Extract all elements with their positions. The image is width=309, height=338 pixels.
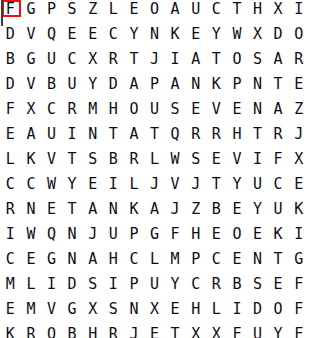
grid-cell[interactable]: Z <box>288 100 309 125</box>
grid-cell[interactable]: G <box>288 250 309 275</box>
grid-cell[interactable]: T <box>206 175 227 200</box>
grid-cell[interactable]: G <box>144 225 165 250</box>
grid-cell[interactable]: D <box>268 25 289 50</box>
grid-cell[interactable]: N <box>247 75 268 100</box>
grid-cell[interactable]: F <box>227 325 248 338</box>
grid-cell[interactable]: N <box>21 200 42 225</box>
grid-cell[interactable]: E <box>206 150 227 175</box>
grid-cell[interactable]: T <box>62 200 83 225</box>
grid-cell[interactable]: U <box>62 75 83 100</box>
grid-cell[interactable]: U <box>268 200 289 225</box>
grid-cell[interactable]: X <box>82 300 103 325</box>
grid-cell[interactable]: P <box>144 75 165 100</box>
grid-cell[interactable]: E <box>206 225 227 250</box>
grid-cell[interactable]: H <box>82 325 103 338</box>
grid-cell[interactable]: E <box>288 175 309 200</box>
grid-cell[interactable]: E <box>0 125 21 150</box>
grid-cell[interactable]: A <box>185 50 206 75</box>
grid-cell[interactable]: W <box>227 25 248 50</box>
grid-cell[interactable]: R <box>21 325 42 338</box>
grid-cell[interactable]: E <box>227 200 248 225</box>
grid-cell[interactable]: W <box>41 175 62 200</box>
grid-cell[interactable]: E <box>21 250 42 275</box>
grid-cell[interactable]: J <box>82 225 103 250</box>
grid-cell[interactable]: S <box>82 275 103 300</box>
grid-cell[interactable]: C <box>62 50 83 75</box>
grid-cell[interactable]: K <box>268 225 289 250</box>
grid-cell[interactable]: F <box>288 300 309 325</box>
grid-cell[interactable]: U <box>41 125 62 150</box>
grid-cell[interactable]: A <box>21 125 42 150</box>
grid-cell[interactable]: W <box>21 225 42 250</box>
grid-cell[interactable]: C <box>0 250 21 275</box>
grid-cell[interactable]: G <box>62 300 83 325</box>
grid-cell[interactable]: T <box>227 0 248 25</box>
grid-cell[interactable]: I <box>288 225 309 250</box>
grid-cell[interactable]: H <box>247 0 268 25</box>
grid-cell[interactable]: A <box>144 200 165 225</box>
grid-cell[interactable]: V <box>206 100 227 125</box>
grid-cell[interactable]: C <box>206 250 227 275</box>
grid-cell[interactable]: X <box>144 300 165 325</box>
grid-cell[interactable]: R <box>103 325 124 338</box>
grid-cell[interactable]: O <box>268 300 289 325</box>
grid-cell[interactable]: U <box>247 175 268 200</box>
grid-cell[interactable]: C <box>21 175 42 200</box>
grid-cell[interactable]: F <box>288 275 309 300</box>
grid-cell[interactable]: U <box>247 325 268 338</box>
grid-cell[interactable]: F <box>165 225 186 250</box>
grid-cell[interactable]: T <box>165 325 186 338</box>
grid-cell[interactable]: M <box>0 275 21 300</box>
grid-cell[interactable]: I <box>165 50 186 75</box>
grid-cell[interactable]: X <box>82 50 103 75</box>
grid-cell[interactable]: Q <box>41 25 62 50</box>
grid-cell[interactable]: T <box>268 75 289 100</box>
grid-cell[interactable]: B <box>41 75 62 100</box>
grid-cell[interactable]: D <box>247 300 268 325</box>
grid-cell[interactable]: E <box>165 300 186 325</box>
grid-cell[interactable]: N <box>185 75 206 100</box>
word-search-grid: FGPSZLEOAUCTHXIDVQEECYNKEYWXDOBGUCXRTJIA… <box>0 0 309 338</box>
grid-cell[interactable]: Z <box>82 0 103 25</box>
grid-cell[interactable]: U <box>144 100 165 125</box>
grid-cell[interactable]: S <box>247 50 268 75</box>
grid-cell[interactable]: P <box>41 0 62 25</box>
grid-cell[interactable]: E <box>247 225 268 250</box>
grid-cell[interactable]: Y <box>268 325 289 338</box>
grid-cell[interactable]: G <box>21 0 42 25</box>
grid-cell[interactable]: C <box>103 25 124 50</box>
grid-cell[interactable]: G <box>21 50 42 75</box>
grid-cell[interactable]: F <box>0 100 21 125</box>
grid-cell[interactable]: S <box>62 0 83 25</box>
grid-cell[interactable]: B <box>62 325 83 338</box>
grid-cell[interactable]: L <box>144 150 165 175</box>
grid-cell[interactable]: A <box>124 125 145 150</box>
grid-cell[interactable]: J <box>124 325 145 338</box>
grid-cell[interactable]: B <box>206 200 227 225</box>
grid-cell[interactable]: R <box>124 150 145 175</box>
grid-cell[interactable]: L <box>206 300 227 325</box>
grid-cell[interactable]: H <box>227 125 248 150</box>
grid-cell[interactable]: X <box>206 325 227 338</box>
grid-cell[interactable]: M <box>165 250 186 275</box>
grid-cell[interactable]: K <box>288 200 309 225</box>
grid-cell[interactable]: P <box>227 75 248 100</box>
grid-cell[interactable]: L <box>124 175 145 200</box>
grid-cell[interactable]: R <box>185 125 206 150</box>
grid-cell[interactable]: R <box>0 200 21 225</box>
grid-cell[interactable]: F <box>288 325 309 338</box>
grid-cell[interactable]: D <box>0 25 21 50</box>
grid-cell[interactable]: V <box>21 25 42 50</box>
grid-cell[interactable]: L <box>103 0 124 25</box>
grid-cell[interactable]: E <box>0 300 21 325</box>
grid-cell[interactable]: X <box>21 100 42 125</box>
grid-cell[interactable]: Q <box>165 125 186 150</box>
grid-cell[interactable]: C <box>124 250 145 275</box>
grid-cell[interactable]: F <box>0 0 21 25</box>
grid-cell[interactable]: A <box>165 75 186 100</box>
grid-cell[interactable]: E <box>124 0 145 25</box>
grid-cell[interactable]: R <box>62 100 83 125</box>
grid-cell[interactable]: B <box>0 50 21 75</box>
grid-cell[interactable]: C <box>268 175 289 200</box>
grid-cell[interactable]: H <box>185 300 206 325</box>
grid-cell[interactable]: I <box>247 150 268 175</box>
grid-cell[interactable]: I <box>62 125 83 150</box>
grid-cell[interactable]: X <box>247 25 268 50</box>
grid-cell[interactable]: P <box>124 275 145 300</box>
grid-cell[interactable]: X <box>268 0 289 25</box>
grid-cell[interactable]: D <box>0 75 21 100</box>
grid-cell[interactable]: L <box>144 250 165 275</box>
grid-cell[interactable]: X <box>185 325 206 338</box>
grid-cell[interactable]: V <box>21 75 42 100</box>
grid-cell[interactable]: Q <box>41 225 62 250</box>
grid-cell[interactable]: I <box>103 275 124 300</box>
grid-cell[interactable]: R <box>206 275 227 300</box>
grid-cell[interactable]: A <box>165 0 186 25</box>
grid-cell[interactable]: H <box>185 225 206 250</box>
grid-cell[interactable]: H <box>103 250 124 275</box>
grid-cell[interactable]: B <box>227 275 248 300</box>
grid-cell[interactable]: K <box>124 200 145 225</box>
grid-cell[interactable]: O <box>144 0 165 25</box>
grid-cell[interactable]: S <box>247 275 268 300</box>
grid-cell[interactable]: A <box>124 75 145 100</box>
grid-cell[interactable]: A <box>82 250 103 275</box>
grid-cell[interactable]: X <box>288 150 309 175</box>
grid-cell[interactable]: C <box>0 175 21 200</box>
grid-cell[interactable]: D <box>103 75 124 100</box>
grid-cell[interactable]: A <box>268 100 289 125</box>
grid-cell[interactable]: Z <box>185 200 206 225</box>
grid-cell[interactable]: O <box>227 225 248 250</box>
grid-cell[interactable]: C <box>206 0 227 25</box>
grid-cell[interactable]: E <box>227 250 248 275</box>
grid-cell[interactable]: Y <box>206 25 227 50</box>
grid-cell[interactable]: P <box>185 250 206 275</box>
grid-cell[interactable]: J <box>144 175 165 200</box>
grid-cell[interactable]: A <box>268 50 289 75</box>
grid-cell[interactable]: J <box>185 175 206 200</box>
grid-cell[interactable]: M <box>82 100 103 125</box>
grid-cell[interactable]: E <box>185 25 206 50</box>
grid-cell[interactable]: Y <box>227 175 248 200</box>
grid-cell[interactable]: I <box>288 0 309 25</box>
grid-cell[interactable]: Q <box>41 325 62 338</box>
grid-cell[interactable]: N <box>247 100 268 125</box>
grid-cell[interactable]: I <box>0 225 21 250</box>
grid-cell[interactable]: K <box>21 150 42 175</box>
grid-cell[interactable]: S <box>103 300 124 325</box>
grid-cell[interactable]: I <box>227 300 248 325</box>
grid-cell[interactable]: Y <box>247 200 268 225</box>
grid-cell[interactable]: N <box>103 200 124 225</box>
grid-cell[interactable]: A <box>82 200 103 225</box>
grid-cell[interactable]: V <box>227 150 248 175</box>
grid-cell[interactable]: R <box>103 50 124 75</box>
grid-cell[interactable]: L <box>0 150 21 175</box>
grid-cell[interactable]: R <box>268 125 289 150</box>
grid-cell[interactable]: T <box>124 50 145 75</box>
grid-cell[interactable]: N <box>62 225 83 250</box>
grid-cell[interactable]: J <box>144 50 165 75</box>
grid-cell[interactable]: Y <box>82 75 103 100</box>
grid-cell[interactable]: Y <box>165 275 186 300</box>
grid-cell[interactable]: E <box>144 325 165 338</box>
grid-cell[interactable]: V <box>165 175 186 200</box>
grid-cell[interactable]: V <box>41 150 62 175</box>
grid-cell[interactable]: J <box>288 125 309 150</box>
grid-cell[interactable]: T <box>62 150 83 175</box>
grid-cell[interactable]: U <box>144 275 165 300</box>
grid-cell[interactable]: K <box>206 75 227 100</box>
grid-cell[interactable]: T <box>247 125 268 150</box>
grid-cell[interactable]: K <box>0 325 21 338</box>
grid-cell[interactable]: S <box>82 150 103 175</box>
grid-cell[interactable]: I <box>41 275 62 300</box>
grid-cell[interactable]: F <box>268 150 289 175</box>
grid-cell[interactable]: U <box>103 225 124 250</box>
grid-cell[interactable]: T <box>103 125 124 150</box>
grid-cell[interactable]: V <box>41 300 62 325</box>
grid-cell[interactable]: G <box>41 250 62 275</box>
grid-cell[interactable]: T <box>144 125 165 150</box>
grid-cell[interactable]: U <box>41 50 62 75</box>
grid-cell[interactable]: N <box>82 125 103 150</box>
grid-cell[interactable]: E <box>288 75 309 100</box>
grid-cell[interactable]: C <box>185 275 206 300</box>
grid-cell[interactable]: S <box>165 100 186 125</box>
grid-cell[interactable]: U <box>185 0 206 25</box>
grid-cell[interactable]: E <box>268 275 289 300</box>
grid-cell[interactable]: N <box>62 250 83 275</box>
grid-cell[interactable]: R <box>288 50 309 75</box>
grid-cell[interactable]: D <box>62 275 83 300</box>
grid-cell[interactable]: N <box>144 25 165 50</box>
grid-cell[interactable]: E <box>82 175 103 200</box>
grid-cell[interactable]: H <box>103 100 124 125</box>
grid-cell[interactable]: O <box>227 50 248 75</box>
grid-cell[interactable]: C <box>41 100 62 125</box>
grid-cell[interactable]: Y <box>62 175 83 200</box>
grid-cell[interactable]: N <box>124 300 145 325</box>
grid-cell[interactable]: O <box>124 100 145 125</box>
grid-cell[interactable]: O <box>288 25 309 50</box>
grid-cell[interactable]: K <box>165 25 186 50</box>
grid-cell[interactable]: T <box>268 250 289 275</box>
grid-cell[interactable]: J <box>165 200 186 225</box>
grid-cell[interactable]: N <box>247 250 268 275</box>
grid-cell[interactable]: E <box>185 100 206 125</box>
grid-cell[interactable]: I <box>103 175 124 200</box>
grid-cell[interactable]: E <box>62 25 83 50</box>
grid-cell[interactable]: E <box>227 100 248 125</box>
grid-cell[interactable]: T <box>206 50 227 75</box>
grid-cell[interactable]: Y <box>124 25 145 50</box>
grid-cell[interactable]: R <box>206 125 227 150</box>
grid-cell[interactable]: L <box>21 275 42 300</box>
grid-cell[interactable]: P <box>124 225 145 250</box>
grid-cell[interactable]: M <box>21 300 42 325</box>
grid-cell[interactable]: E <box>82 25 103 50</box>
grid-cell[interactable]: S <box>185 150 206 175</box>
grid-cell[interactable]: W <box>165 150 186 175</box>
grid-cell[interactable]: E <box>41 200 62 225</box>
grid-cell[interactable]: B <box>103 150 124 175</box>
